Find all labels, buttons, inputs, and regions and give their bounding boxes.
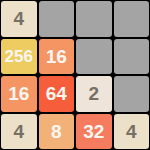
tile-2: 2	[76, 76, 112, 112]
tile-64: 64	[39, 76, 75, 112]
tile-4: 4	[1, 114, 37, 150]
empty-cell	[39, 1, 75, 37]
tile-256: 256	[1, 39, 37, 75]
tile-16: 16	[1, 76, 37, 112]
empty-cell	[76, 39, 112, 75]
tile-8: 8	[39, 114, 75, 150]
tile-4: 4	[114, 114, 150, 150]
game-board-2048[interactable]: 4 256 16 16 64 2 4 8 32 4	[0, 0, 150, 150]
tile-16: 16	[39, 39, 75, 75]
tile-4: 4	[1, 1, 37, 37]
empty-cell	[114, 76, 150, 112]
tile-32: 32	[76, 114, 112, 150]
empty-cell	[114, 39, 150, 75]
empty-cell	[76, 1, 112, 37]
empty-cell	[114, 1, 150, 37]
